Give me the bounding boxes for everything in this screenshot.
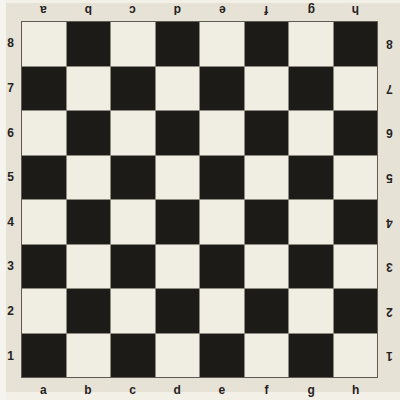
square-c7[interactable] — [111, 67, 155, 111]
square-d1[interactable] — [156, 334, 200, 378]
square-a8[interactable] — [22, 22, 66, 66]
rank-label-left-1: 1 — [0, 333, 21, 378]
square-g6[interactable] — [289, 111, 333, 155]
rank-labels-right: 87654321 — [379, 21, 400, 378]
square-g1[interactable] — [289, 334, 333, 378]
square-d8[interactable] — [156, 22, 200, 66]
square-b3[interactable] — [67, 245, 111, 289]
square-b8[interactable] — [67, 22, 111, 66]
file-label-bottom-d: d — [155, 379, 200, 400]
square-c3[interactable] — [111, 245, 155, 289]
file-label-bottom-f: f — [244, 379, 289, 400]
square-a7[interactable] — [22, 67, 66, 111]
square-b1[interactable] — [67, 334, 111, 378]
square-b5[interactable] — [67, 156, 111, 200]
file-label-top-b: b — [66, 0, 111, 21]
file-label-top-d: d — [155, 0, 200, 21]
file-label-top-f: f — [244, 0, 289, 21]
file-labels-top: abcdefgh — [21, 0, 378, 21]
square-c4[interactable] — [111, 200, 155, 244]
square-c6[interactable] — [111, 111, 155, 155]
square-a1[interactable] — [22, 334, 66, 378]
file-label-bottom-e: e — [200, 379, 245, 400]
file-labels-bottom: abcdefgh — [21, 379, 378, 400]
square-d4[interactable] — [156, 200, 200, 244]
square-a5[interactable] — [22, 156, 66, 200]
square-g7[interactable] — [289, 67, 333, 111]
square-h3[interactable] — [334, 245, 378, 289]
rank-label-right-7: 7 — [379, 66, 400, 111]
rank-label-left-7: 7 — [0, 66, 21, 111]
square-f1[interactable] — [245, 334, 289, 378]
square-f7[interactable] — [245, 67, 289, 111]
rank-label-right-8: 8 — [379, 21, 400, 66]
square-h5[interactable] — [334, 156, 378, 200]
rank-label-left-8: 8 — [0, 21, 21, 66]
square-d7[interactable] — [156, 67, 200, 111]
square-d6[interactable] — [156, 111, 200, 155]
file-label-top-a: a — [21, 0, 66, 21]
file-label-bottom-a: a — [21, 379, 66, 400]
square-b6[interactable] — [67, 111, 111, 155]
square-e7[interactable] — [200, 67, 244, 111]
square-g2[interactable] — [289, 289, 333, 333]
square-h6[interactable] — [334, 111, 378, 155]
rank-label-right-5: 5 — [379, 155, 400, 200]
file-label-bottom-b: b — [66, 379, 111, 400]
square-a4[interactable] — [22, 200, 66, 244]
file-label-top-h: h — [333, 0, 378, 21]
rank-label-left-3: 3 — [0, 244, 21, 289]
file-label-top-e: e — [200, 0, 245, 21]
file-label-bottom-c: c — [110, 379, 155, 400]
square-e6[interactable] — [200, 111, 244, 155]
file-label-bottom-g: g — [289, 379, 334, 400]
square-d2[interactable] — [156, 289, 200, 333]
square-c5[interactable] — [111, 156, 155, 200]
rank-label-left-4: 4 — [0, 200, 21, 245]
square-f4[interactable] — [245, 200, 289, 244]
rank-labels-left: 87654321 — [0, 21, 21, 378]
file-label-top-c: c — [110, 0, 155, 21]
square-d5[interactable] — [156, 156, 200, 200]
square-e3[interactable] — [200, 245, 244, 289]
square-g8[interactable] — [289, 22, 333, 66]
rank-label-right-4: 4 — [379, 200, 400, 245]
square-f8[interactable] — [245, 22, 289, 66]
file-label-top-g: g — [289, 0, 334, 21]
square-a3[interactable] — [22, 245, 66, 289]
square-g3[interactable] — [289, 245, 333, 289]
rank-label-left-2: 2 — [0, 289, 21, 334]
square-c1[interactable] — [111, 334, 155, 378]
rank-label-right-2: 2 — [379, 289, 400, 334]
square-f2[interactable] — [245, 289, 289, 333]
square-e4[interactable] — [200, 200, 244, 244]
square-g4[interactable] — [289, 200, 333, 244]
rank-label-right-3: 3 — [379, 244, 400, 289]
rank-label-right-1: 1 — [379, 333, 400, 378]
square-g5[interactable] — [289, 156, 333, 200]
square-a6[interactable] — [22, 111, 66, 155]
square-e8[interactable] — [200, 22, 244, 66]
square-e2[interactable] — [200, 289, 244, 333]
square-c8[interactable] — [111, 22, 155, 66]
rank-label-left-6: 6 — [0, 110, 21, 155]
square-h8[interactable] — [334, 22, 378, 66]
square-h1[interactable] — [334, 334, 378, 378]
square-h7[interactable] — [334, 67, 378, 111]
board — [21, 21, 378, 378]
file-label-bottom-h: h — [333, 379, 378, 400]
square-h4[interactable] — [334, 200, 378, 244]
square-e1[interactable] — [200, 334, 244, 378]
square-h2[interactable] — [334, 289, 378, 333]
square-d3[interactable] — [156, 245, 200, 289]
square-a2[interactable] — [22, 289, 66, 333]
square-f3[interactable] — [245, 245, 289, 289]
square-b7[interactable] — [67, 67, 111, 111]
square-c2[interactable] — [111, 289, 155, 333]
square-f5[interactable] — [245, 156, 289, 200]
square-b4[interactable] — [67, 200, 111, 244]
square-b2[interactable] — [67, 289, 111, 333]
rank-label-right-6: 6 — [379, 110, 400, 155]
square-f6[interactable] — [245, 111, 289, 155]
chessboard-mat: abcdefgh abcdefgh 87654321 87654321 — [0, 0, 400, 400]
square-e5[interactable] — [200, 156, 244, 200]
rank-label-left-5: 5 — [0, 155, 21, 200]
